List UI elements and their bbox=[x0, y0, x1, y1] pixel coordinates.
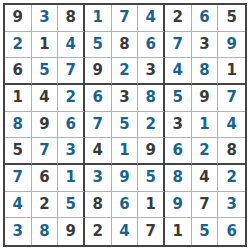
sudoku-board: 9381742652145867396579234811426385978967… bbox=[3, 3, 247, 247]
cell-r2c6[interactable]: 6 bbox=[138, 32, 165, 59]
cell-r1c7[interactable]: 2 bbox=[165, 5, 192, 32]
cell-r1c3[interactable]: 8 bbox=[58, 5, 85, 32]
cell-r3c5[interactable]: 2 bbox=[112, 58, 139, 85]
cell-r4c1[interactable]: 1 bbox=[5, 85, 32, 112]
cell-r5c1[interactable]: 8 bbox=[5, 112, 32, 139]
cell-r5c2[interactable]: 9 bbox=[32, 112, 59, 139]
cell-r7c3[interactable]: 1 bbox=[58, 165, 85, 192]
cell-r2c8[interactable]: 3 bbox=[192, 32, 219, 59]
cell-r8c9[interactable]: 3 bbox=[218, 192, 245, 219]
cell-r7c8[interactable]: 4 bbox=[192, 165, 219, 192]
cell-r9c2[interactable]: 8 bbox=[32, 218, 59, 245]
cell-r1c1[interactable]: 9 bbox=[5, 5, 32, 32]
cell-r9c6[interactable]: 7 bbox=[138, 218, 165, 245]
cell-r5c7[interactable]: 3 bbox=[165, 112, 192, 139]
cell-r3c8[interactable]: 8 bbox=[192, 58, 219, 85]
cell-r5c6[interactable]: 2 bbox=[138, 112, 165, 139]
cell-r5c8[interactable]: 1 bbox=[192, 112, 219, 139]
cell-r9c9[interactable]: 6 bbox=[218, 218, 245, 245]
cell-r2c5[interactable]: 8 bbox=[112, 32, 139, 59]
cell-r1c8[interactable]: 6 bbox=[192, 5, 219, 32]
cell-r9c7[interactable]: 1 bbox=[165, 218, 192, 245]
cell-r7c1[interactable]: 7 bbox=[5, 165, 32, 192]
cell-r1c4[interactable]: 1 bbox=[85, 5, 112, 32]
cell-r4c8[interactable]: 9 bbox=[192, 85, 219, 112]
cell-r5c9[interactable]: 4 bbox=[218, 112, 245, 139]
cell-r8c2[interactable]: 2 bbox=[32, 192, 59, 219]
cell-r7c6[interactable]: 5 bbox=[138, 165, 165, 192]
cell-r8c5[interactable]: 6 bbox=[112, 192, 139, 219]
cell-r2c7[interactable]: 7 bbox=[165, 32, 192, 59]
cell-r2c4[interactable]: 5 bbox=[85, 32, 112, 59]
cell-r9c8[interactable]: 5 bbox=[192, 218, 219, 245]
cell-r7c2[interactable]: 6 bbox=[32, 165, 59, 192]
cell-r5c4[interactable]: 7 bbox=[85, 112, 112, 139]
cell-r6c4[interactable]: 4 bbox=[85, 138, 112, 165]
cell-r9c3[interactable]: 9 bbox=[58, 218, 85, 245]
cell-r8c3[interactable]: 5 bbox=[58, 192, 85, 219]
cell-r8c1[interactable]: 4 bbox=[5, 192, 32, 219]
cell-r6c6[interactable]: 9 bbox=[138, 138, 165, 165]
cell-r4c7[interactable]: 5 bbox=[165, 85, 192, 112]
cell-r2c9[interactable]: 9 bbox=[218, 32, 245, 59]
cell-r6c8[interactable]: 2 bbox=[192, 138, 219, 165]
cell-r1c9[interactable]: 5 bbox=[218, 5, 245, 32]
cell-r9c4[interactable]: 2 bbox=[85, 218, 112, 245]
cell-r7c5[interactable]: 9 bbox=[112, 165, 139, 192]
cell-r4c2[interactable]: 4 bbox=[32, 85, 59, 112]
cell-r3c3[interactable]: 7 bbox=[58, 58, 85, 85]
cell-r1c6[interactable]: 4 bbox=[138, 5, 165, 32]
cell-r3c9[interactable]: 1 bbox=[218, 58, 245, 85]
cell-r9c1[interactable]: 3 bbox=[5, 218, 32, 245]
cell-r9c5[interactable]: 4 bbox=[112, 218, 139, 245]
cell-r4c5[interactable]: 3 bbox=[112, 85, 139, 112]
cell-r6c1[interactable]: 5 bbox=[5, 138, 32, 165]
cell-r6c5[interactable]: 1 bbox=[112, 138, 139, 165]
cell-r1c5[interactable]: 7 bbox=[112, 5, 139, 32]
cell-r2c1[interactable]: 2 bbox=[5, 32, 32, 59]
cell-r2c3[interactable]: 4 bbox=[58, 32, 85, 59]
cell-r7c4[interactable]: 3 bbox=[85, 165, 112, 192]
cell-r6c9[interactable]: 8 bbox=[218, 138, 245, 165]
cell-r6c7[interactable]: 6 bbox=[165, 138, 192, 165]
cell-r4c4[interactable]: 6 bbox=[85, 85, 112, 112]
cell-r8c6[interactable]: 1 bbox=[138, 192, 165, 219]
cell-r2c2[interactable]: 1 bbox=[32, 32, 59, 59]
cell-r4c6[interactable]: 8 bbox=[138, 85, 165, 112]
cell-r6c2[interactable]: 7 bbox=[32, 138, 59, 165]
cell-r3c1[interactable]: 6 bbox=[5, 58, 32, 85]
cell-r7c9[interactable]: 2 bbox=[218, 165, 245, 192]
cell-r5c5[interactable]: 5 bbox=[112, 112, 139, 139]
cell-r4c9[interactable]: 7 bbox=[218, 85, 245, 112]
cell-r8c8[interactable]: 7 bbox=[192, 192, 219, 219]
cell-r3c6[interactable]: 3 bbox=[138, 58, 165, 85]
cell-r4c3[interactable]: 2 bbox=[58, 85, 85, 112]
cell-r8c4[interactable]: 8 bbox=[85, 192, 112, 219]
cell-r5c3[interactable]: 6 bbox=[58, 112, 85, 139]
cell-r3c2[interactable]: 5 bbox=[32, 58, 59, 85]
cell-r7c7[interactable]: 8 bbox=[165, 165, 192, 192]
cell-r3c7[interactable]: 4 bbox=[165, 58, 192, 85]
cell-r8c7[interactable]: 9 bbox=[165, 192, 192, 219]
cell-r6c3[interactable]: 3 bbox=[58, 138, 85, 165]
cell-r1c2[interactable]: 3 bbox=[32, 5, 59, 32]
cell-r3c4[interactable]: 9 bbox=[85, 58, 112, 85]
